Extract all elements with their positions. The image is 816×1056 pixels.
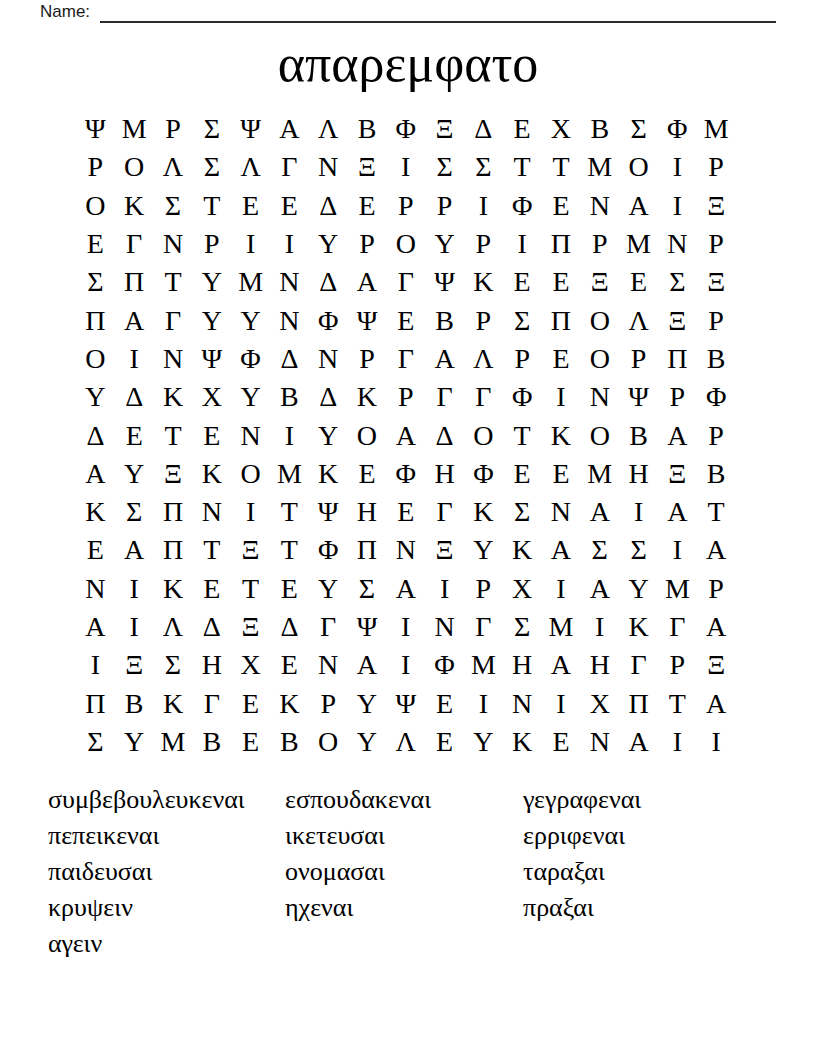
grid-cell-r15c2: Ξ bbox=[115, 646, 154, 684]
grid-cell-r1c7: Λ bbox=[309, 110, 348, 148]
grid-cell-r12c1: Ε bbox=[76, 531, 115, 569]
grid-cell-r8c5: Υ bbox=[231, 378, 270, 416]
grid-cell-r1c10: Ξ bbox=[425, 110, 464, 148]
grid-cell-r15c14: Η bbox=[580, 646, 619, 684]
grid-cell-r11c10: Γ bbox=[425, 493, 464, 531]
grid-cell-r17c5: Ε bbox=[231, 723, 270, 761]
grid-cell-r4c10: Υ bbox=[425, 225, 464, 263]
grid-cell-r16c17: Α bbox=[697, 684, 736, 722]
grid-cell-r8c10: Γ bbox=[425, 378, 464, 416]
grid-cell-r12c12: Κ bbox=[503, 531, 542, 569]
grid-cell-r3c9: Ρ bbox=[386, 187, 425, 225]
grid-cell-r15c7: Ν bbox=[309, 646, 348, 684]
grid-cell-r12c17: Α bbox=[697, 531, 736, 569]
grid-cell-r6c17: Ρ bbox=[697, 301, 736, 339]
grid-cell-r5c3: Τ bbox=[154, 263, 193, 301]
grid-cell-r14c9: Ι bbox=[386, 608, 425, 646]
grid-cell-r12c13: Α bbox=[542, 531, 581, 569]
grid-cell-r10c8: Ε bbox=[348, 455, 387, 493]
grid-cell-r9c4: Ε bbox=[192, 416, 231, 454]
word-list-column-1: συμβεβουλευκεναιπεπεικεναιπαιδευσαικρυψε… bbox=[48, 782, 245, 962]
grid-cell-r9c12: Τ bbox=[503, 416, 542, 454]
grid-cell-r9c14: Ο bbox=[580, 416, 619, 454]
grid-cell-r5c10: Ψ bbox=[425, 263, 464, 301]
grid-cell-r11c16: Α bbox=[658, 493, 697, 531]
grid-cell-r9c13: Κ bbox=[542, 416, 581, 454]
grid-cell-r1c5: Ψ bbox=[231, 110, 270, 148]
grid-cell-r10c5: Ο bbox=[231, 455, 270, 493]
grid-cell-r9c7: Υ bbox=[309, 416, 348, 454]
grid-cell-r6c3: Γ bbox=[154, 301, 193, 339]
grid-cell-r3c11: Ι bbox=[464, 187, 503, 225]
grid-cell-r5c7: Δ bbox=[309, 263, 348, 301]
grid-cell-r7c2: Ι bbox=[115, 340, 154, 378]
grid-cell-r1c17: Μ bbox=[697, 110, 736, 148]
grid-cell-r7c4: Ψ bbox=[192, 340, 231, 378]
grid-cell-r10c9: Φ bbox=[386, 455, 425, 493]
grid-cell-r3c10: Ρ bbox=[425, 187, 464, 225]
word-list-item: αγειν bbox=[48, 926, 245, 962]
grid-cell-r8c7: Δ bbox=[309, 378, 348, 416]
grid-cell-r8c3: Κ bbox=[154, 378, 193, 416]
grid-cell-r6c4: Υ bbox=[192, 301, 231, 339]
grid-cell-r17c6: Β bbox=[270, 723, 309, 761]
grid-cell-r9c16: Α bbox=[658, 416, 697, 454]
grid-cell-r15c1: Ι bbox=[76, 646, 115, 684]
grid-cell-r2c1: Ρ bbox=[76, 148, 115, 186]
grid-cell-r7c9: Γ bbox=[386, 340, 425, 378]
grid-cell-r6c8: Ψ bbox=[348, 301, 387, 339]
grid-cell-r13c2: Ι bbox=[115, 570, 154, 608]
grid-cell-r12c15: Σ bbox=[619, 531, 658, 569]
grid-cell-r5c9: Γ bbox=[386, 263, 425, 301]
grid-cell-r1c3: Ρ bbox=[154, 110, 193, 148]
grid-cell-r11c11: Κ bbox=[464, 493, 503, 531]
grid-cell-r14c14: Ι bbox=[580, 608, 619, 646]
word-list-item: πεπεικεναι bbox=[48, 818, 245, 854]
grid-cell-r5c11: Κ bbox=[464, 263, 503, 301]
grid-cell-r12c14: Σ bbox=[580, 531, 619, 569]
grid-cell-r4c7: Υ bbox=[309, 225, 348, 263]
worksheet-page: Name: απαρεμφατο ΨΜΡΣΨΑΛΒΦΞΔΕΧΒΣΦΜΡΟΛΣΛΓ… bbox=[0, 0, 816, 1056]
grid-cell-r12c9: Ν bbox=[386, 531, 425, 569]
grid-cell-r4c12: Ι bbox=[503, 225, 542, 263]
grid-cell-r11c5: Ι bbox=[231, 493, 270, 531]
grid-cell-r4c5: Ι bbox=[231, 225, 270, 263]
grid-cell-r14c5: Ξ bbox=[231, 608, 270, 646]
grid-cell-r11c8: Η bbox=[348, 493, 387, 531]
grid-cell-r2c17: Ρ bbox=[697, 148, 736, 186]
grid-cell-r5c8: Α bbox=[348, 263, 387, 301]
grid-cell-r11c14: Α bbox=[580, 493, 619, 531]
grid-cell-r9c9: Α bbox=[386, 416, 425, 454]
grid-cell-r5c15: Ε bbox=[619, 263, 658, 301]
grid-cell-r1c15: Σ bbox=[619, 110, 658, 148]
grid-cell-r6c9: Ε bbox=[386, 301, 425, 339]
grid-cell-r16c10: Ε bbox=[425, 684, 464, 722]
grid-cell-r8c1: Υ bbox=[76, 378, 115, 416]
grid-cell-r14c8: Ψ bbox=[348, 608, 387, 646]
grid-cell-r9c11: Ο bbox=[464, 416, 503, 454]
grid-cell-r17c3: Μ bbox=[154, 723, 193, 761]
grid-cell-r12c4: Τ bbox=[192, 531, 231, 569]
grid-cell-r4c15: Μ bbox=[619, 225, 658, 263]
grid-cell-r10c17: Β bbox=[697, 455, 736, 493]
grid-cell-r3c3: Σ bbox=[154, 187, 193, 225]
grid-cell-r10c15: Η bbox=[619, 455, 658, 493]
grid-cell-r11c17: Τ bbox=[697, 493, 736, 531]
word-list-item: κρυψειν bbox=[48, 890, 245, 926]
grid-cell-r1c11: Δ bbox=[464, 110, 503, 148]
grid-cell-r13c6: Ε bbox=[270, 570, 309, 608]
grid-cell-r13c7: Υ bbox=[309, 570, 348, 608]
grid-cell-r17c11: Υ bbox=[464, 723, 503, 761]
grid-cell-r17c7: Ο bbox=[309, 723, 348, 761]
grid-cell-r14c4: Δ bbox=[192, 608, 231, 646]
grid-cell-r16c6: Κ bbox=[270, 684, 309, 722]
grid-cell-r7c13: Ε bbox=[542, 340, 581, 378]
grid-cell-r1c13: Χ bbox=[542, 110, 581, 148]
grid-cell-r14c10: Ν bbox=[425, 608, 464, 646]
grid-cell-r10c16: Ξ bbox=[658, 455, 697, 493]
grid-cell-r16c3: Κ bbox=[154, 684, 193, 722]
grid-cell-r14c7: Γ bbox=[309, 608, 348, 646]
word-list-column-2: εσπουδακεναιικετευσαιονομασαιηχεναι bbox=[285, 782, 431, 926]
grid-cell-r3c14: Ν bbox=[580, 187, 619, 225]
grid-cell-r17c16: Ι bbox=[658, 723, 697, 761]
name-fill-line bbox=[100, 0, 776, 23]
grid-cell-r12c11: Υ bbox=[464, 531, 503, 569]
grid-cell-r13c5: Τ bbox=[231, 570, 270, 608]
grid-cell-r6c11: Ρ bbox=[464, 301, 503, 339]
grid-cell-r17c4: Β bbox=[192, 723, 231, 761]
word-list-item: συμβεβουλευκεναι bbox=[48, 782, 245, 818]
grid-cell-r11c13: Ν bbox=[542, 493, 581, 531]
grid-cell-r4c4: Ρ bbox=[192, 225, 231, 263]
grid-cell-r13c15: Υ bbox=[619, 570, 658, 608]
grid-cell-r1c2: Μ bbox=[115, 110, 154, 148]
grid-cell-r2c8: Ξ bbox=[348, 148, 387, 186]
grid-cell-r14c6: Δ bbox=[270, 608, 309, 646]
grid-cell-r15c11: Μ bbox=[464, 646, 503, 684]
grid-cell-r16c2: Β bbox=[115, 684, 154, 722]
grid-cell-r14c15: Κ bbox=[619, 608, 658, 646]
grid-cell-r13c13: Ι bbox=[542, 570, 581, 608]
grid-cell-r16c1: Π bbox=[76, 684, 115, 722]
grid-cell-r2c7: Ν bbox=[309, 148, 348, 186]
grid-cell-r2c3: Λ bbox=[154, 148, 193, 186]
grid-cell-r9c5: Ν bbox=[231, 416, 270, 454]
grid-cell-r15c6: Ε bbox=[270, 646, 309, 684]
grid-cell-r1c16: Φ bbox=[658, 110, 697, 148]
grid-cell-r9c3: Τ bbox=[154, 416, 193, 454]
grid-cell-r5c2: Π bbox=[115, 263, 154, 301]
grid-cell-r11c15: Ι bbox=[619, 493, 658, 531]
grid-cell-r12c3: Π bbox=[154, 531, 193, 569]
grid-cell-r8c11: Γ bbox=[464, 378, 503, 416]
grid-cell-r1c9: Φ bbox=[386, 110, 425, 148]
grid-cell-r13c11: Ρ bbox=[464, 570, 503, 608]
grid-cell-r12c2: Α bbox=[115, 531, 154, 569]
grid-cell-r10c11: Φ bbox=[464, 455, 503, 493]
grid-cell-r7c6: Δ bbox=[270, 340, 309, 378]
grid-cell-r11c7: Ψ bbox=[309, 493, 348, 531]
grid-cell-r3c6: Ε bbox=[270, 187, 309, 225]
grid-cell-r1c8: Β bbox=[348, 110, 387, 148]
grid-cell-r16c4: Γ bbox=[192, 684, 231, 722]
grid-cell-r17c14: Ν bbox=[580, 723, 619, 761]
grid-cell-r4c1: Ε bbox=[76, 225, 115, 263]
grid-cell-r11c1: Κ bbox=[76, 493, 115, 531]
grid-cell-r3c1: Ο bbox=[76, 187, 115, 225]
grid-cell-r5c17: Ξ bbox=[697, 263, 736, 301]
grid-cell-r3c8: Ε bbox=[348, 187, 387, 225]
grid-cell-r15c8: Α bbox=[348, 646, 387, 684]
grid-cell-r16c9: Ψ bbox=[386, 684, 425, 722]
grid-cell-r6c1: Π bbox=[76, 301, 115, 339]
grid-cell-r17c17: Ι bbox=[697, 723, 736, 761]
grid-cell-r1c14: Β bbox=[580, 110, 619, 148]
grid-cell-r4c2: Γ bbox=[115, 225, 154, 263]
grid-cell-r4c6: Ι bbox=[270, 225, 309, 263]
word-list-item: γεγραφεναι bbox=[523, 782, 641, 818]
grid-cell-r10c2: Υ bbox=[115, 455, 154, 493]
grid-cell-r7c5: Φ bbox=[231, 340, 270, 378]
word-list-item: ικετευσαι bbox=[285, 818, 431, 854]
grid-cell-r4c8: Ρ bbox=[348, 225, 387, 263]
grid-cell-r15c3: Σ bbox=[154, 646, 193, 684]
grid-cell-r8c8: Κ bbox=[348, 378, 387, 416]
grid-cell-r3c16: Ι bbox=[658, 187, 697, 225]
word-list-item: πραξαι bbox=[523, 890, 641, 926]
grid-cell-r15c16: Ρ bbox=[658, 646, 697, 684]
grid-cell-r12c16: Ι bbox=[658, 531, 697, 569]
grid-cell-r5c4: Υ bbox=[192, 263, 231, 301]
grid-cell-r7c15: Ρ bbox=[619, 340, 658, 378]
grid-cell-r8c17: Φ bbox=[697, 378, 736, 416]
grid-cell-r3c13: Ε bbox=[542, 187, 581, 225]
grid-cell-r10c7: Κ bbox=[309, 455, 348, 493]
grid-cell-r5c6: Ν bbox=[270, 263, 309, 301]
grid-cell-r5c1: Σ bbox=[76, 263, 115, 301]
grid-cell-r2c15: Ο bbox=[619, 148, 658, 186]
grid-cell-r14c2: Ι bbox=[115, 608, 154, 646]
grid-cell-r4c11: Ρ bbox=[464, 225, 503, 263]
grid-cell-r8c15: Ψ bbox=[619, 378, 658, 416]
grid-cell-r14c12: Σ bbox=[503, 608, 542, 646]
grid-cell-r14c16: Γ bbox=[658, 608, 697, 646]
grid-cell-r6c2: Α bbox=[115, 301, 154, 339]
word-list-item: ηχεναι bbox=[285, 890, 431, 926]
grid-cell-r12c5: Ξ bbox=[231, 531, 270, 569]
grid-cell-r16c5: Ε bbox=[231, 684, 270, 722]
grid-cell-r14c3: Λ bbox=[154, 608, 193, 646]
grid-cell-r11c2: Σ bbox=[115, 493, 154, 531]
grid-cell-r7c17: Β bbox=[697, 340, 736, 378]
grid-cell-r9c15: Β bbox=[619, 416, 658, 454]
grid-cell-r5c16: Σ bbox=[658, 263, 697, 301]
grid-cell-r14c17: Α bbox=[697, 608, 736, 646]
grid-cell-r13c1: Ν bbox=[76, 570, 115, 608]
grid-cell-r15c17: Ξ bbox=[697, 646, 736, 684]
grid-cell-r8c2: Δ bbox=[115, 378, 154, 416]
grid-cell-r15c10: Φ bbox=[425, 646, 464, 684]
grid-cell-r4c14: Ρ bbox=[580, 225, 619, 263]
word-list-item: εσπουδακεναι bbox=[285, 782, 431, 818]
grid-cell-r4c3: Ν bbox=[154, 225, 193, 263]
grid-cell-r9c2: Ε bbox=[115, 416, 154, 454]
grid-cell-r8c13: Ι bbox=[542, 378, 581, 416]
grid-cell-r5c14: Ξ bbox=[580, 263, 619, 301]
grid-cell-r1c1: Ψ bbox=[76, 110, 115, 148]
grid-cell-r2c5: Λ bbox=[231, 148, 270, 186]
grid-cell-r14c13: Μ bbox=[542, 608, 581, 646]
grid-cell-r13c16: Μ bbox=[658, 570, 697, 608]
grid-cell-r9c6: Ι bbox=[270, 416, 309, 454]
grid-cell-r6c6: Ν bbox=[270, 301, 309, 339]
grid-cell-r13c4: Ε bbox=[192, 570, 231, 608]
word-list-item: ονομασαι bbox=[285, 854, 431, 890]
grid-cell-r4c17: Ρ bbox=[697, 225, 736, 263]
grid-cell-r12c10: Ξ bbox=[425, 531, 464, 569]
grid-cell-r1c6: Α bbox=[270, 110, 309, 148]
grid-cell-r17c12: Κ bbox=[503, 723, 542, 761]
grid-cell-r7c12: Ρ bbox=[503, 340, 542, 378]
grid-cell-r9c17: Ρ bbox=[697, 416, 736, 454]
grid-cell-r11c9: Ε bbox=[386, 493, 425, 531]
grid-cell-r2c12: Τ bbox=[503, 148, 542, 186]
grid-cell-r6c13: Π bbox=[542, 301, 581, 339]
grid-cell-r6c15: Λ bbox=[619, 301, 658, 339]
grid-cell-r17c15: Α bbox=[619, 723, 658, 761]
word-list: συμβεβουλευκεναιπεπεικεναιπαιδευσαικρυψε… bbox=[48, 782, 778, 972]
grid-cell-r2c13: Τ bbox=[542, 148, 581, 186]
grid-cell-r4c16: Ν bbox=[658, 225, 697, 263]
grid-cell-r17c10: Ε bbox=[425, 723, 464, 761]
grid-cell-r3c2: Κ bbox=[115, 187, 154, 225]
grid-cell-r2c4: Σ bbox=[192, 148, 231, 186]
grid-cell-r16c7: Ρ bbox=[309, 684, 348, 722]
grid-cell-r4c13: Π bbox=[542, 225, 581, 263]
grid-cell-r13c8: Σ bbox=[348, 570, 387, 608]
grid-cell-r15c15: Γ bbox=[619, 646, 658, 684]
grid-cell-r10c6: Μ bbox=[270, 455, 309, 493]
grid-cell-r8c4: Χ bbox=[192, 378, 231, 416]
grid-cell-r7c16: Π bbox=[658, 340, 697, 378]
grid-cell-r12c7: Φ bbox=[309, 531, 348, 569]
grid-cell-r11c6: Τ bbox=[270, 493, 309, 531]
grid-cell-r3c15: Α bbox=[619, 187, 658, 225]
grid-cell-r10c13: Ε bbox=[542, 455, 581, 493]
grid-cell-r3c5: Ε bbox=[231, 187, 270, 225]
grid-cell-r13c3: Κ bbox=[154, 570, 193, 608]
grid-cell-r13c12: Χ bbox=[503, 570, 542, 608]
grid-cell-r7c11: Λ bbox=[464, 340, 503, 378]
grid-cell-r4c9: Ο bbox=[386, 225, 425, 263]
grid-cell-r2c6: Γ bbox=[270, 148, 309, 186]
grid-cell-r2c10: Σ bbox=[425, 148, 464, 186]
grid-cell-r7c10: Α bbox=[425, 340, 464, 378]
word-list-item: ταραξαι bbox=[523, 854, 641, 890]
grid-cell-r14c11: Γ bbox=[464, 608, 503, 646]
grid-cell-r7c3: Ν bbox=[154, 340, 193, 378]
grid-cell-r2c16: Ι bbox=[658, 148, 697, 186]
grid-cell-r13c17: Ρ bbox=[697, 570, 736, 608]
grid-cell-r15c9: Ι bbox=[386, 646, 425, 684]
grid-cell-r17c13: Ε bbox=[542, 723, 581, 761]
grid-cell-r11c4: Ν bbox=[192, 493, 231, 531]
grid-cell-r3c17: Ξ bbox=[697, 187, 736, 225]
grid-cell-r9c1: Δ bbox=[76, 416, 115, 454]
grid-cell-r2c14: Μ bbox=[580, 148, 619, 186]
grid-cell-r17c1: Σ bbox=[76, 723, 115, 761]
grid-cell-r11c3: Π bbox=[154, 493, 193, 531]
grid-cell-r7c14: Ο bbox=[580, 340, 619, 378]
grid-cell-r10c10: Η bbox=[425, 455, 464, 493]
grid-cell-r13c9: Α bbox=[386, 570, 425, 608]
grid-cell-r15c5: Χ bbox=[231, 646, 270, 684]
grid-cell-r13c14: Α bbox=[580, 570, 619, 608]
grid-cell-r7c8: Ρ bbox=[348, 340, 387, 378]
grid-cell-r8c6: Β bbox=[270, 378, 309, 416]
grid-cell-r17c8: Υ bbox=[348, 723, 387, 761]
grid-cell-r10c4: Κ bbox=[192, 455, 231, 493]
grid-cell-r10c14: Μ bbox=[580, 455, 619, 493]
grid-cell-r7c7: Ν bbox=[309, 340, 348, 378]
grid-cell-r7c1: Ο bbox=[76, 340, 115, 378]
grid-cell-r11c12: Σ bbox=[503, 493, 542, 531]
grid-cell-r8c9: Ρ bbox=[386, 378, 425, 416]
grid-cell-r15c4: Η bbox=[192, 646, 231, 684]
grid-cell-r2c2: Ο bbox=[115, 148, 154, 186]
grid-cell-r9c8: Ο bbox=[348, 416, 387, 454]
grid-cell-r6c7: Φ bbox=[309, 301, 348, 339]
puzzle-title: απαρεμφατο bbox=[0, 34, 816, 93]
grid-cell-r1c12: Ε bbox=[503, 110, 542, 148]
grid-cell-r16c16: Τ bbox=[658, 684, 697, 722]
grid-cell-r5c12: Ε bbox=[503, 263, 542, 301]
grid-cell-r10c3: Ξ bbox=[154, 455, 193, 493]
grid-cell-r10c12: Ε bbox=[503, 455, 542, 493]
grid-cell-r6c12: Σ bbox=[503, 301, 542, 339]
grid-cell-r6c5: Υ bbox=[231, 301, 270, 339]
grid-cell-r3c7: Δ bbox=[309, 187, 348, 225]
grid-cell-r14c1: Α bbox=[76, 608, 115, 646]
grid-cell-r16c11: Ι bbox=[464, 684, 503, 722]
grid-cell-r2c11: Σ bbox=[464, 148, 503, 186]
grid-cell-r12c6: Τ bbox=[270, 531, 309, 569]
grid-cell-r5c13: Ε bbox=[542, 263, 581, 301]
grid-cell-r6c10: Β bbox=[425, 301, 464, 339]
word-list-column-3: γεγραφεναιερριφεναιταραξαιπραξαι bbox=[523, 782, 641, 926]
grid-cell-r16c12: Ν bbox=[503, 684, 542, 722]
letter-grid: ΨΜΡΣΨΑΛΒΦΞΔΕΧΒΣΦΜΡΟΛΣΛΓΝΞΙΣΣΤΤΜΟΙΡΟΚΣΤΕΕ… bbox=[76, 110, 736, 761]
grid-cell-r8c16: Ρ bbox=[658, 378, 697, 416]
grid-cell-r16c15: Π bbox=[619, 684, 658, 722]
grid-cell-r16c8: Υ bbox=[348, 684, 387, 722]
grid-cell-r12c8: Π bbox=[348, 531, 387, 569]
grid-cell-r10c1: Α bbox=[76, 455, 115, 493]
grid-cell-r6c14: Ο bbox=[580, 301, 619, 339]
grid-cell-r15c13: Α bbox=[542, 646, 581, 684]
grid-cell-r8c12: Φ bbox=[503, 378, 542, 416]
grid-cell-r3c4: Τ bbox=[192, 187, 231, 225]
grid-cell-r17c2: Υ bbox=[115, 723, 154, 761]
grid-cell-r8c14: Ν bbox=[580, 378, 619, 416]
grid-cell-r9c10: Δ bbox=[425, 416, 464, 454]
grid-cell-r5c5: Μ bbox=[231, 263, 270, 301]
grid-cell-r13c10: Ι bbox=[425, 570, 464, 608]
